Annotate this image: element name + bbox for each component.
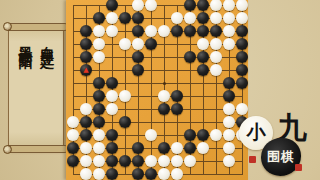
black-stone xyxy=(67,142,79,154)
white-stone xyxy=(106,12,118,24)
black-stone xyxy=(80,51,92,63)
black-stone xyxy=(93,116,105,128)
black-stone xyxy=(67,155,79,167)
black-stone xyxy=(184,142,196,154)
black-stone xyxy=(236,38,248,50)
black-stone xyxy=(145,168,157,180)
black-stone xyxy=(158,103,170,115)
black-stone xyxy=(132,142,144,154)
black-stone xyxy=(132,12,144,24)
black-stone xyxy=(210,25,222,37)
black-stone xyxy=(145,38,157,50)
black-stone xyxy=(171,25,183,37)
logo-char-weiqi: 围棋 xyxy=(267,148,295,166)
white-stone xyxy=(80,103,92,115)
black-stone xyxy=(93,103,105,115)
black-stone xyxy=(132,168,144,180)
black-stone xyxy=(236,77,248,89)
black-stone xyxy=(197,64,209,76)
black-player-label: 黑许嘉阳 xyxy=(17,35,35,143)
white-stone xyxy=(171,142,183,154)
white-stone xyxy=(223,25,235,37)
black-stone xyxy=(119,116,131,128)
scroll-top-roller xyxy=(6,23,68,31)
white-stone xyxy=(106,103,118,115)
white-stone xyxy=(171,12,183,24)
black-stone xyxy=(171,103,183,115)
white-stone xyxy=(223,155,235,167)
white-stone xyxy=(158,25,170,37)
black-stone xyxy=(132,25,144,37)
black-stone xyxy=(119,155,131,167)
white-stone xyxy=(210,38,222,50)
white-stone xyxy=(132,38,144,50)
last-move-marker-icon: ▲ xyxy=(83,67,88,74)
white-stone xyxy=(67,129,79,141)
black-stone xyxy=(223,90,235,102)
black-stone xyxy=(197,51,209,63)
black-stone xyxy=(236,51,248,63)
scroll-knob-icon xyxy=(3,145,12,154)
white-stone xyxy=(158,155,170,167)
white-stone xyxy=(223,142,235,154)
black-stone xyxy=(80,38,92,50)
white-stone xyxy=(197,38,209,50)
black-stone xyxy=(132,51,144,63)
white-stone xyxy=(93,155,105,167)
black-stone: ▲ xyxy=(80,64,92,76)
white-stone xyxy=(93,51,105,63)
white-stone xyxy=(80,168,92,180)
black-stone xyxy=(236,25,248,37)
black-stone xyxy=(223,77,235,89)
white-stone xyxy=(158,90,170,102)
white-stone xyxy=(223,116,235,128)
white-stone xyxy=(171,168,183,180)
scroll-bottom-roller xyxy=(6,145,68,153)
black-stone xyxy=(132,155,144,167)
white-stone xyxy=(171,155,183,167)
player-name-scroll: 白芈昱廷 黑许嘉阳 xyxy=(8,26,64,150)
white-stone xyxy=(93,25,105,37)
white-stone xyxy=(158,168,170,180)
white-player-label: 白芈昱廷 xyxy=(39,35,57,143)
go-board[interactable]: ▲ xyxy=(66,0,248,180)
black-stone xyxy=(93,77,105,89)
white-stone xyxy=(236,0,248,11)
black-stone xyxy=(119,12,131,24)
channel-logo: 小 九 围棋 xyxy=(237,112,311,176)
white-stone xyxy=(223,12,235,24)
thumbnail-stage: 白芈昱廷 黑许嘉阳 ▲ 小 九 围棋 xyxy=(0,0,320,180)
white-stone xyxy=(223,103,235,115)
white-stone xyxy=(223,129,235,141)
black-stone xyxy=(106,142,118,154)
white-stone xyxy=(197,142,209,154)
white-stone xyxy=(93,142,105,154)
black-stone xyxy=(106,155,118,167)
black-stone xyxy=(158,142,170,154)
black-stone xyxy=(93,12,105,24)
black-stone xyxy=(171,90,183,102)
white-stone xyxy=(223,38,235,50)
white-stone xyxy=(184,12,196,24)
scroll-knob-icon xyxy=(3,22,12,31)
white-stone xyxy=(236,12,248,24)
white-stone xyxy=(119,38,131,50)
black-stone xyxy=(106,129,118,141)
black-stone xyxy=(184,129,196,141)
black-stone xyxy=(184,51,196,63)
black-stone xyxy=(80,129,92,141)
star-point xyxy=(163,82,166,85)
white-stone xyxy=(210,64,222,76)
white-stone xyxy=(145,129,157,141)
player-names: 白芈昱廷 黑许嘉阳 xyxy=(13,35,57,143)
black-stone xyxy=(197,12,209,24)
white-stone xyxy=(184,155,196,167)
white-stone xyxy=(93,168,105,180)
white-stone xyxy=(80,142,92,154)
white-stone xyxy=(67,116,79,128)
white-stone xyxy=(210,51,222,63)
white-stone xyxy=(210,129,222,141)
black-stone xyxy=(106,77,118,89)
black-stone xyxy=(106,168,118,180)
black-stone xyxy=(93,90,105,102)
white-stone xyxy=(210,12,222,24)
logo-char-small: 小 xyxy=(247,120,266,146)
logo-seal-icon xyxy=(249,156,256,163)
black-stone xyxy=(80,116,92,128)
white-stone xyxy=(80,155,92,167)
black-stone xyxy=(132,64,144,76)
black-stone xyxy=(197,25,209,37)
white-stone xyxy=(93,38,105,50)
black-stone xyxy=(184,25,196,37)
black-stone xyxy=(197,129,209,141)
white-stone xyxy=(145,155,157,167)
white-stone xyxy=(119,90,131,102)
logo-black-stone-icon: 围棋 xyxy=(261,138,301,176)
white-stone xyxy=(106,90,118,102)
white-stone xyxy=(145,25,157,37)
black-stone xyxy=(80,25,92,37)
black-stone xyxy=(236,64,248,76)
white-stone xyxy=(93,129,105,141)
white-stone xyxy=(106,25,118,37)
